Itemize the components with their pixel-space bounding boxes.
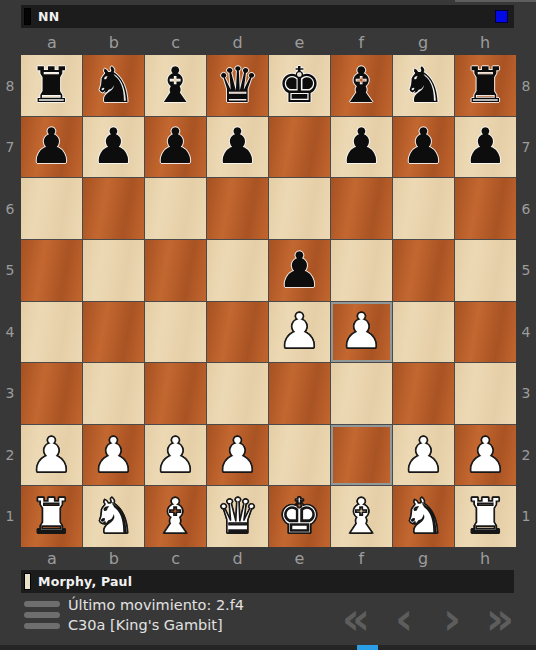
white-pawn-d2: ♟ — [216, 431, 260, 480]
white-rook-a1: ♜ — [30, 492, 74, 541]
square-h3[interactable] — [455, 363, 516, 424]
file-label: e — [269, 30, 331, 54]
file-label: g — [392, 30, 454, 54]
file-label: d — [207, 30, 269, 54]
square-e4[interactable]: ♟ — [269, 302, 330, 363]
square-g1[interactable]: ♞ — [393, 486, 454, 547]
file-label: b — [83, 30, 145, 54]
white-king-e1: ♚ — [278, 492, 322, 541]
rank-label: 3 — [516, 363, 536, 425]
file-label: e — [269, 546, 331, 570]
white-color-chip — [24, 573, 31, 590]
white-pawn-g2: ♟ — [402, 431, 446, 480]
square-a3[interactable] — [21, 363, 82, 424]
black-pawn-h7: ♟ — [464, 122, 508, 171]
square-b1[interactable]: ♞ — [83, 486, 144, 547]
square-a8[interactable]: ♜ — [21, 55, 82, 116]
square-h8[interactable]: ♜ — [455, 55, 516, 116]
square-b3[interactable] — [83, 363, 144, 424]
rank-label: 6 — [0, 178, 20, 240]
black-bishop-c8: ♝ — [154, 61, 198, 110]
square-d5[interactable] — [207, 240, 268, 301]
rank-label: 7 — [0, 117, 20, 179]
square-b5[interactable] — [83, 240, 144, 301]
file-label: f — [330, 546, 392, 570]
file-label: c — [145, 546, 207, 570]
square-h1[interactable]: ♜ — [455, 486, 516, 547]
file-label: b — [83, 546, 145, 570]
black-pawn-f7: ♟ — [340, 122, 384, 171]
square-f5[interactable] — [331, 240, 392, 301]
black-pawn-d7: ♟ — [216, 122, 260, 171]
square-a4[interactable] — [21, 302, 82, 363]
square-e6[interactable] — [269, 178, 330, 239]
black-pawn-c7: ♟ — [154, 122, 198, 171]
square-c5[interactable] — [145, 240, 206, 301]
square-c7[interactable]: ♟ — [145, 117, 206, 178]
white-pawn-f4: ♟ — [340, 307, 384, 356]
white-rook-h1: ♜ — [464, 492, 508, 541]
rank-label: 4 — [516, 301, 536, 363]
square-b6[interactable] — [83, 178, 144, 239]
rank-label: 4 — [0, 301, 20, 363]
square-h6[interactable] — [455, 178, 516, 239]
black-player-name: NN — [38, 9, 59, 24]
square-c6[interactable] — [145, 178, 206, 239]
white-knight-b1: ♞ — [92, 492, 136, 541]
rank-label: 6 — [516, 178, 536, 240]
file-label: d — [207, 546, 269, 570]
square-e3[interactable] — [269, 363, 330, 424]
square-f2[interactable] — [331, 425, 392, 486]
square-c4[interactable] — [145, 302, 206, 363]
square-d4[interactable] — [207, 302, 268, 363]
white-player-name: Morphy, Paul — [38, 574, 132, 589]
white-bishop-c1: ♝ — [154, 492, 198, 541]
status-text: Último movimiento: 2.f4 C30a [King's Gam… — [68, 596, 244, 635]
square-c1[interactable]: ♝ — [145, 486, 206, 547]
square-e5[interactable]: ♟ — [269, 240, 330, 301]
file-label: a — [21, 546, 83, 570]
chess-board: ♜♞♝♛♚♝♞♜♟♟♟♟♟♟♟♟♟♟♟♟♟♟♟♟♜♞♝♛♚♝♞♜ — [21, 55, 516, 547]
square-d7[interactable]: ♟ — [207, 117, 268, 178]
rank-label: 5 — [0, 240, 20, 302]
rank-label: 7 — [516, 117, 536, 179]
square-d3[interactable] — [207, 363, 268, 424]
black-pawn-e5: ♟ — [278, 246, 322, 295]
progress-strip[interactable] — [0, 645, 536, 650]
square-h2[interactable]: ♟ — [455, 425, 516, 486]
file-labels-top: abcdefgh — [21, 30, 516, 54]
square-b8[interactable]: ♞ — [83, 55, 144, 116]
square-h4[interactable] — [455, 302, 516, 363]
square-d1[interactable]: ♛ — [207, 486, 268, 547]
opening-label: C30a [King's Gambit] — [68, 616, 244, 636]
black-bishop-f8: ♝ — [340, 61, 384, 110]
white-pawn-a2: ♟ — [30, 431, 74, 480]
rank-label: 3 — [0, 363, 20, 425]
square-b4[interactable] — [83, 302, 144, 363]
rank-label: 8 — [516, 55, 536, 117]
white-pawn-c2: ♟ — [154, 431, 198, 480]
black-pawn-g7: ♟ — [402, 122, 446, 171]
window-edge-line — [455, 0, 536, 2]
square-a6[interactable] — [21, 178, 82, 239]
square-g3[interactable] — [393, 363, 454, 424]
black-knight-b8: ♞ — [92, 61, 136, 110]
square-a5[interactable] — [21, 240, 82, 301]
square-a2[interactable]: ♟ — [21, 425, 82, 486]
square-e8[interactable]: ♚ — [269, 55, 330, 116]
last-move-label: Último movimiento: 2.f4 — [68, 596, 244, 616]
file-label: c — [145, 30, 207, 54]
square-d6[interactable] — [207, 178, 268, 239]
control-bar: Último movimiento: 2.f4 C30a [King's Gam… — [0, 592, 536, 645]
black-king-e8: ♚ — [278, 61, 322, 110]
square-f7[interactable]: ♟ — [331, 117, 392, 178]
black-color-chip — [24, 8, 31, 25]
square-g4[interactable] — [393, 302, 454, 363]
square-a1[interactable]: ♜ — [21, 486, 82, 547]
square-e2[interactable] — [269, 425, 330, 486]
square-d8[interactable]: ♛ — [207, 55, 268, 116]
file-label: f — [330, 30, 392, 54]
rank-label: 8 — [0, 55, 20, 117]
next-move-button[interactable]: › — [428, 592, 476, 645]
square-f3[interactable] — [331, 363, 392, 424]
first-move-button[interactable]: « — [332, 592, 380, 645]
square-c3[interactable] — [145, 363, 206, 424]
square-c8[interactable]: ♝ — [145, 55, 206, 116]
white-player-bar: Morphy, Paul — [21, 570, 514, 593]
square-e1[interactable]: ♚ — [269, 486, 330, 547]
file-label: h — [454, 546, 516, 570]
turn-indicator-square — [495, 10, 508, 23]
square-g5[interactable] — [393, 240, 454, 301]
black-knight-g8: ♞ — [402, 61, 446, 110]
rank-label: 5 — [516, 240, 536, 302]
last-move-button[interactable]: » — [476, 592, 524, 645]
menu-icon[interactable] — [24, 601, 60, 635]
rank-label: 2 — [516, 424, 536, 486]
rank-label: 2 — [0, 424, 20, 486]
black-pawn-a7: ♟ — [30, 122, 74, 171]
white-pawn-e4: ♟ — [278, 307, 322, 356]
square-b2[interactable]: ♟ — [83, 425, 144, 486]
black-rook-a8: ♜ — [30, 61, 74, 110]
square-d2[interactable]: ♟ — [207, 425, 268, 486]
white-queen-d1: ♛ — [216, 492, 260, 541]
white-pawn-h2: ♟ — [464, 431, 508, 480]
rank-label: 1 — [516, 486, 536, 548]
progress-mark — [357, 645, 378, 650]
square-f6[interactable] — [331, 178, 392, 239]
square-e7[interactable] — [269, 117, 330, 178]
white-knight-g1: ♞ — [402, 492, 446, 541]
square-g6[interactable] — [393, 178, 454, 239]
file-labels-bottom: abcdefgh — [21, 546, 516, 570]
square-c2[interactable]: ♟ — [145, 425, 206, 486]
black-queen-d8: ♛ — [216, 61, 260, 110]
square-f1[interactable]: ♝ — [331, 486, 392, 547]
square-a7[interactable]: ♟ — [21, 117, 82, 178]
square-g7[interactable]: ♟ — [393, 117, 454, 178]
file-label: h — [454, 30, 516, 54]
file-label: g — [392, 546, 454, 570]
black-pawn-b7: ♟ — [92, 122, 136, 171]
white-pawn-b2: ♟ — [92, 431, 136, 480]
white-bishop-f1: ♝ — [340, 492, 384, 541]
black-rook-h8: ♜ — [464, 61, 508, 110]
rank-labels-right: 87654321 — [516, 55, 536, 547]
square-g8[interactable]: ♞ — [393, 55, 454, 116]
square-f8[interactable]: ♝ — [331, 55, 392, 116]
square-f4[interactable]: ♟ — [331, 302, 392, 363]
rank-label: 1 — [0, 486, 20, 548]
move-navigation: « ‹ › » — [332, 592, 524, 645]
rank-labels-left: 87654321 — [0, 55, 20, 547]
square-b7[interactable]: ♟ — [83, 117, 144, 178]
square-h5[interactable] — [455, 240, 516, 301]
square-g2[interactable]: ♟ — [393, 425, 454, 486]
black-player-bar: NN — [21, 5, 514, 28]
file-label: a — [21, 30, 83, 54]
square-h7[interactable]: ♟ — [455, 117, 516, 178]
previous-move-button[interactable]: ‹ — [380, 592, 428, 645]
